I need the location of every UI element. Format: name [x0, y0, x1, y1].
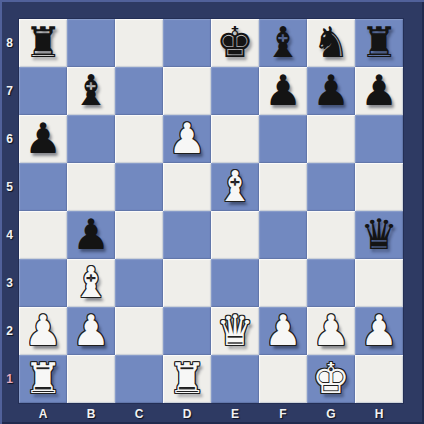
piece-white-bishop[interactable]: ♝: [72, 259, 110, 307]
piece-black-pawn[interactable]: ♟: [312, 67, 350, 115]
square-b5[interactable]: [67, 163, 115, 211]
square-b1[interactable]: [67, 355, 115, 403]
square-f4[interactable]: [259, 211, 307, 259]
file-label-c: C: [115, 403, 163, 424]
square-e2[interactable]: ♛: [211, 307, 259, 355]
piece-black-king[interactable]: ♚: [216, 19, 254, 67]
piece-black-pawn[interactable]: ♟: [24, 115, 62, 163]
square-g6[interactable]: [307, 115, 355, 163]
square-h5[interactable]: [355, 163, 403, 211]
square-a1[interactable]: ♜: [19, 355, 67, 403]
square-h6[interactable]: [355, 115, 403, 163]
rank-labels: 87654321: [0, 19, 19, 403]
square-d3[interactable]: [163, 259, 211, 307]
square-c7[interactable]: [115, 67, 163, 115]
square-b6[interactable]: [67, 115, 115, 163]
file-labels: ABCDEFGH: [19, 403, 403, 424]
square-f8[interactable]: ♝: [259, 19, 307, 67]
piece-black-pawn[interactable]: ♟: [72, 211, 110, 259]
square-e8[interactable]: ♚: [211, 19, 259, 67]
square-b3[interactable]: ♝: [67, 259, 115, 307]
chess-board: ♜♚♝♞♜♝♟♟♟♟♟♝♟♛♝♟♟♛♟♟♟♜♜♚: [19, 19, 403, 403]
square-h7[interactable]: ♟: [355, 67, 403, 115]
rank-label-5: 5: [0, 163, 19, 211]
square-g8[interactable]: ♞: [307, 19, 355, 67]
square-a7[interactable]: [19, 67, 67, 115]
square-a2[interactable]: ♟: [19, 307, 67, 355]
square-g1[interactable]: ♚: [307, 355, 355, 403]
square-c1[interactable]: [115, 355, 163, 403]
square-g4[interactable]: [307, 211, 355, 259]
square-h8[interactable]: ♜: [355, 19, 403, 67]
chess-board-frame: 87654321 ♜♚♝♞♜♝♟♟♟♟♟♝♟♛♝♟♟♛♟♟♟♜♜♚ ABCDEF…: [0, 0, 424, 424]
piece-black-bishop[interactable]: ♝: [264, 19, 302, 67]
square-a3[interactable]: [19, 259, 67, 307]
square-f7[interactable]: ♟: [259, 67, 307, 115]
square-h1[interactable]: [355, 355, 403, 403]
file-label-a: A: [19, 403, 67, 424]
square-e1[interactable]: [211, 355, 259, 403]
square-c6[interactable]: [115, 115, 163, 163]
square-f2[interactable]: ♟: [259, 307, 307, 355]
rank-label-7: 7: [0, 67, 19, 115]
square-b8[interactable]: [67, 19, 115, 67]
piece-white-pawn[interactable]: ♟: [24, 307, 62, 355]
square-a5[interactable]: [19, 163, 67, 211]
square-e5[interactable]: ♝: [211, 163, 259, 211]
rank-label-6: 6: [0, 115, 19, 163]
rank-label-4: 4: [0, 211, 19, 259]
square-c8[interactable]: [115, 19, 163, 67]
piece-white-rook[interactable]: ♜: [24, 355, 62, 403]
square-c4[interactable]: [115, 211, 163, 259]
square-e6[interactable]: [211, 115, 259, 163]
piece-black-bishop[interactable]: ♝: [72, 67, 110, 115]
square-d1[interactable]: ♜: [163, 355, 211, 403]
piece-black-knight[interactable]: ♞: [312, 19, 350, 67]
square-a8[interactable]: ♜: [19, 19, 67, 67]
file-label-f: F: [259, 403, 307, 424]
square-g7[interactable]: ♟: [307, 67, 355, 115]
square-d5[interactable]: [163, 163, 211, 211]
piece-black-queen[interactable]: ♛: [360, 211, 398, 259]
square-g2[interactable]: ♟: [307, 307, 355, 355]
square-b2[interactable]: ♟: [67, 307, 115, 355]
square-c3[interactable]: [115, 259, 163, 307]
piece-white-king[interactable]: ♚: [312, 355, 350, 403]
rank-label-3: 3: [0, 259, 19, 307]
square-h2[interactable]: ♟: [355, 307, 403, 355]
square-h3[interactable]: [355, 259, 403, 307]
file-label-b: B: [67, 403, 115, 424]
square-f5[interactable]: [259, 163, 307, 211]
file-label-e: E: [211, 403, 259, 424]
piece-white-pawn[interactable]: ♟: [312, 307, 350, 355]
square-g5[interactable]: [307, 163, 355, 211]
square-e3[interactable]: [211, 259, 259, 307]
piece-white-pawn[interactable]: ♟: [72, 307, 110, 355]
piece-white-rook[interactable]: ♜: [168, 355, 206, 403]
file-label-d: D: [163, 403, 211, 424]
square-a4[interactable]: [19, 211, 67, 259]
piece-white-pawn[interactable]: ♟: [168, 115, 206, 163]
square-e4[interactable]: [211, 211, 259, 259]
square-d6[interactable]: ♟: [163, 115, 211, 163]
rank-label-1: 1: [0, 355, 19, 403]
rank-label-2: 2: [0, 307, 19, 355]
piece-white-pawn[interactable]: ♟: [264, 307, 302, 355]
square-f3[interactable]: [259, 259, 307, 307]
square-f6[interactable]: [259, 115, 307, 163]
square-e7[interactable]: [211, 67, 259, 115]
square-a6[interactable]: ♟: [19, 115, 67, 163]
file-label-h: H: [355, 403, 403, 424]
square-h4[interactable]: ♛: [355, 211, 403, 259]
piece-black-pawn[interactable]: ♟: [360, 67, 398, 115]
square-f1[interactable]: [259, 355, 307, 403]
square-d8[interactable]: [163, 19, 211, 67]
square-c5[interactable]: [115, 163, 163, 211]
square-c2[interactable]: [115, 307, 163, 355]
square-d2[interactable]: [163, 307, 211, 355]
square-g3[interactable]: [307, 259, 355, 307]
piece-white-queen[interactable]: ♛: [216, 307, 254, 355]
piece-white-bishop[interactable]: ♝: [216, 163, 254, 211]
piece-black-rook[interactable]: ♜: [360, 19, 398, 67]
file-label-g: G: [307, 403, 355, 424]
square-d7[interactable]: [163, 67, 211, 115]
piece-black-pawn[interactable]: ♟: [264, 67, 302, 115]
square-d4[interactable]: [163, 211, 211, 259]
piece-white-pawn[interactable]: ♟: [360, 307, 398, 355]
square-b4[interactable]: ♟: [67, 211, 115, 259]
square-b7[interactable]: ♝: [67, 67, 115, 115]
piece-black-rook[interactable]: ♜: [24, 19, 62, 67]
rank-label-8: 8: [0, 19, 19, 67]
